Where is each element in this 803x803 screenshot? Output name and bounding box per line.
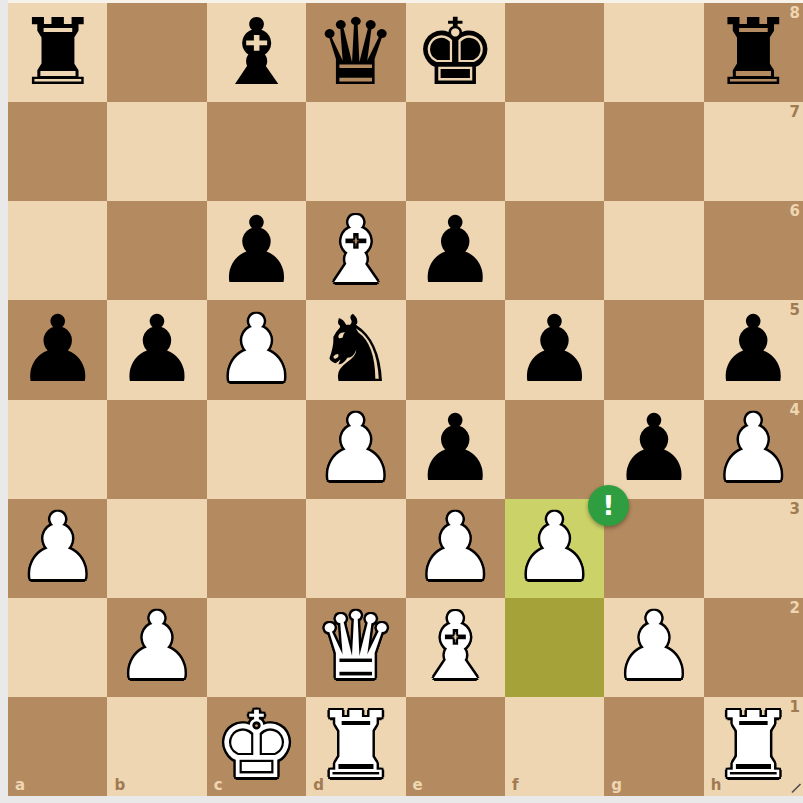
file-label-b: b <box>114 778 125 793</box>
square-h5[interactable]: ♟5 <box>704 300 803 399</box>
piece-black-pawn[interactable]: ♟ <box>16 304 98 396</box>
piece-white-queen[interactable]: ♛ <box>315 601 397 693</box>
square-b5[interactable]: ♟ <box>107 300 206 399</box>
square-d2[interactable]: ♛ <box>306 598 405 697</box>
square-h8[interactable]: ♜8 <box>704 3 803 102</box>
piece-black-pawn[interactable]: ♟ <box>414 403 496 495</box>
resize-handle-icon[interactable] <box>790 782 802 794</box>
piece-black-pawn[interactable]: ♟ <box>414 205 496 297</box>
file-label-a: a <box>15 778 25 793</box>
square-a5[interactable]: ♟ <box>8 300 107 399</box>
piece-white-pawn[interactable]: ♟ <box>513 502 595 594</box>
square-a6[interactable] <box>8 201 107 300</box>
square-e4[interactable]: ♟ <box>406 400 505 499</box>
square-c3[interactable] <box>207 499 306 598</box>
file-label-f: f <box>512 778 519 793</box>
chess-board: ♜♝♛♚♜87♟♝♟6♟♟♟♞♟♟5♟♟♟♟4♟♟♟3♟♛♝♟2ab♚c♜def… <box>8 3 803 796</box>
piece-black-rook[interactable]: ♜ <box>16 7 98 99</box>
square-c7[interactable] <box>207 102 306 201</box>
square-f6[interactable] <box>505 201 604 300</box>
square-a8[interactable]: ♜ <box>8 3 107 102</box>
piece-white-pawn[interactable]: ♟ <box>613 601 695 693</box>
square-g1[interactable]: g <box>604 697 703 796</box>
piece-black-pawn[interactable]: ♟ <box>116 304 198 396</box>
square-f7[interactable] <box>505 102 604 201</box>
rank-label-3: 3 <box>790 502 800 517</box>
square-h7[interactable]: 7 <box>704 102 803 201</box>
piece-white-pawn[interactable]: ♟ <box>315 403 397 495</box>
square-e6[interactable]: ♟ <box>406 201 505 300</box>
square-a1[interactable]: a <box>8 697 107 796</box>
rank-label-6: 6 <box>790 204 800 219</box>
square-d6[interactable]: ♝ <box>306 201 405 300</box>
square-d1[interactable]: ♜d <box>306 697 405 796</box>
square-e7[interactable] <box>406 102 505 201</box>
square-c5[interactable]: ♟ <box>207 300 306 399</box>
square-d3[interactable] <box>306 499 405 598</box>
square-f1[interactable]: f <box>505 697 604 796</box>
square-c6[interactable]: ♟ <box>207 201 306 300</box>
piece-black-king[interactable]: ♚ <box>414 7 496 99</box>
piece-black-pawn[interactable]: ♟ <box>613 403 695 495</box>
square-g2[interactable]: ♟ <box>604 598 703 697</box>
square-h1[interactable]: ♜h1 <box>704 697 803 796</box>
square-d8[interactable]: ♛ <box>306 3 405 102</box>
square-g5[interactable] <box>604 300 703 399</box>
chess-app: ♜♝♛♚♜87♟♝♟6♟♟♟♞♟♟5♟♟♟♟4♟♟♟3♟♛♝♟2ab♚c♜def… <box>0 0 803 803</box>
piece-white-pawn[interactable]: ♟ <box>712 403 794 495</box>
piece-white-king[interactable]: ♚ <box>215 700 297 792</box>
square-b1[interactable]: b <box>107 697 206 796</box>
square-c4[interactable] <box>207 400 306 499</box>
piece-white-bishop[interactable]: ♝ <box>414 601 496 693</box>
square-g6[interactable] <box>604 201 703 300</box>
square-a3[interactable]: ♟ <box>8 499 107 598</box>
square-c8[interactable]: ♝ <box>207 3 306 102</box>
square-b8[interactable] <box>107 3 206 102</box>
rank-label-2: 2 <box>790 601 800 616</box>
rank-label-7: 7 <box>790 105 800 120</box>
square-e5[interactable] <box>406 300 505 399</box>
file-label-g: g <box>611 778 622 793</box>
square-e8[interactable]: ♚ <box>406 3 505 102</box>
file-label-e: e <box>413 778 423 793</box>
piece-white-pawn[interactable]: ♟ <box>116 601 198 693</box>
piece-black-knight[interactable]: ♞ <box>315 304 397 396</box>
square-h6[interactable]: 6 <box>704 201 803 300</box>
piece-black-pawn[interactable]: ♟ <box>712 304 794 396</box>
piece-white-rook[interactable]: ♜ <box>712 700 794 792</box>
square-d5[interactable]: ♞ <box>306 300 405 399</box>
square-g7[interactable] <box>604 102 703 201</box>
square-e2[interactable]: ♝ <box>406 598 505 697</box>
square-b2[interactable]: ♟ <box>107 598 206 697</box>
good-move-badge: ! <box>588 485 629 526</box>
piece-white-rook[interactable]: ♜ <box>315 700 397 792</box>
square-b7[interactable] <box>107 102 206 201</box>
piece-white-pawn[interactable]: ♟ <box>215 304 297 396</box>
piece-black-pawn[interactable]: ♟ <box>215 205 297 297</box>
square-b4[interactable] <box>107 400 206 499</box>
piece-black-pawn[interactable]: ♟ <box>513 304 595 396</box>
piece-white-pawn[interactable]: ♟ <box>16 502 98 594</box>
square-h2[interactable]: 2 <box>704 598 803 697</box>
piece-white-bishop[interactable]: ♝ <box>315 205 397 297</box>
good-move-glyph: ! <box>602 492 614 519</box>
square-f2[interactable] <box>505 598 604 697</box>
piece-black-queen[interactable]: ♛ <box>315 7 397 99</box>
square-c2[interactable] <box>207 598 306 697</box>
square-d4[interactable]: ♟ <box>306 400 405 499</box>
square-e1[interactable]: e <box>406 697 505 796</box>
square-a4[interactable] <box>8 400 107 499</box>
piece-white-pawn[interactable]: ♟ <box>414 502 496 594</box>
square-b3[interactable] <box>107 499 206 598</box>
square-f4[interactable] <box>505 400 604 499</box>
square-h3[interactable]: 3 <box>704 499 803 598</box>
piece-black-rook[interactable]: ♜ <box>712 7 794 99</box>
square-c1[interactable]: ♚c <box>207 697 306 796</box>
square-a7[interactable] <box>8 102 107 201</box>
square-d7[interactable] <box>306 102 405 201</box>
square-f5[interactable]: ♟ <box>505 300 604 399</box>
piece-black-bishop[interactable]: ♝ <box>215 7 297 99</box>
square-g4[interactable]: ♟ <box>604 400 703 499</box>
square-f8[interactable] <box>505 3 604 102</box>
square-h4[interactable]: ♟4 <box>704 400 803 499</box>
square-e3[interactable]: ♟ <box>406 499 505 598</box>
square-g8[interactable] <box>604 3 703 102</box>
square-a2[interactable] <box>8 598 107 697</box>
square-b6[interactable] <box>107 201 206 300</box>
